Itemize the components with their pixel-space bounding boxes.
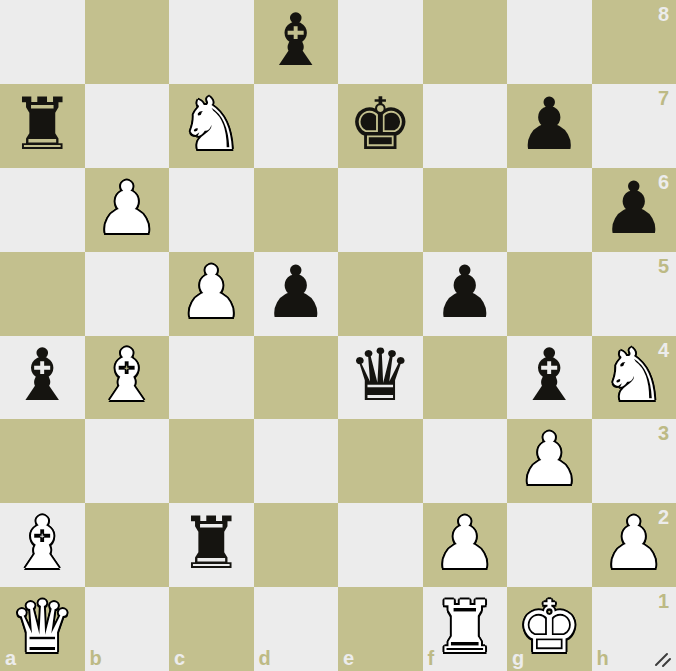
piece-white-pawn[interactable]: ♟ [94,172,159,244]
square-a7[interactable]: ♜ [0,84,85,168]
square-c5[interactable]: ♟ [169,252,254,336]
piece-black-bishop[interactable]: ♝ [10,339,75,411]
square-b7[interactable] [85,84,170,168]
square-d6[interactable] [254,168,339,252]
square-d7[interactable] [254,84,339,168]
piece-white-pawn[interactable]: ♟ [601,507,666,579]
square-f4[interactable] [423,336,508,420]
square-b5[interactable] [85,252,170,336]
square-b4[interactable]: ♝ [85,336,170,420]
piece-white-knight[interactable]: ♞ [601,339,666,411]
square-a1[interactable]: ♛a [0,587,85,671]
square-c8[interactable] [169,0,254,84]
piece-black-bishop[interactable]: ♝ [517,339,582,411]
square-a5[interactable] [0,252,85,336]
square-e2[interactable] [338,503,423,587]
square-a3[interactable] [0,419,85,503]
square-f7[interactable] [423,84,508,168]
square-g3[interactable]: ♟ [507,419,592,503]
square-a4[interactable]: ♝ [0,336,85,420]
square-e4[interactable]: ♛ [338,336,423,420]
piece-white-pawn[interactable]: ♟ [517,423,582,495]
square-d2[interactable] [254,503,339,587]
square-d4[interactable] [254,336,339,420]
square-e5[interactable] [338,252,423,336]
square-a8[interactable] [0,0,85,84]
piece-black-pawn[interactable]: ♟ [432,256,497,328]
square-g8[interactable] [507,0,592,84]
rank-label-7: 7 [658,87,669,110]
file-label-b: b [90,647,102,670]
square-e6[interactable] [338,168,423,252]
piece-white-queen[interactable]: ♛ [10,591,75,663]
piece-black-queen[interactable]: ♛ [348,339,413,411]
chess-board: ♝8♜♞♚♟7♟♟6♟♟♟5♝♝♛♝♞4♟3♝♜♟♟2♛abcde♜f♚g1h [0,0,676,671]
square-d3[interactable] [254,419,339,503]
file-label-h: h [597,647,609,670]
square-g4[interactable]: ♝ [507,336,592,420]
square-c4[interactable] [169,336,254,420]
square-c6[interactable] [169,168,254,252]
square-h4[interactable]: ♞4 [592,336,676,420]
square-h5[interactable]: 5 [592,252,676,336]
file-label-c: c [174,647,185,670]
square-h8[interactable]: 8 [592,0,676,84]
square-e8[interactable] [338,0,423,84]
piece-white-pawn[interactable]: ♟ [432,507,497,579]
square-a6[interactable] [0,168,85,252]
file-label-d: d [259,647,271,670]
piece-white-pawn[interactable]: ♟ [179,256,244,328]
square-g6[interactable] [507,168,592,252]
square-f5[interactable]: ♟ [423,252,508,336]
square-h6[interactable]: ♟6 [592,168,676,252]
piece-black-king[interactable]: ♚ [348,88,413,160]
square-f3[interactable] [423,419,508,503]
square-e1[interactable]: e [338,587,423,671]
square-c3[interactable] [169,419,254,503]
piece-white-bishop[interactable]: ♝ [10,507,75,579]
square-b6[interactable]: ♟ [85,168,170,252]
file-label-e: e [343,647,354,670]
piece-white-rook[interactable]: ♜ [432,591,497,663]
square-c2[interactable]: ♜ [169,503,254,587]
square-f8[interactable] [423,0,508,84]
square-b8[interactable] [85,0,170,84]
piece-black-rook[interactable]: ♜ [179,507,244,579]
piece-black-pawn[interactable]: ♟ [601,172,666,244]
square-f2[interactable]: ♟ [423,503,508,587]
piece-white-knight[interactable]: ♞ [179,88,244,160]
rank-label-8: 8 [658,3,669,26]
square-d8[interactable]: ♝ [254,0,339,84]
square-a2[interactable]: ♝ [0,503,85,587]
square-g2[interactable] [507,503,592,587]
piece-white-bishop[interactable]: ♝ [94,339,159,411]
resize-handle-icon[interactable] [653,648,673,668]
square-h7[interactable]: 7 [592,84,676,168]
rank-label-3: 3 [658,422,669,445]
piece-black-rook[interactable]: ♜ [10,88,75,160]
square-c1[interactable]: c [169,587,254,671]
piece-black-pawn[interactable]: ♟ [517,88,582,160]
piece-black-pawn[interactable]: ♟ [263,256,328,328]
square-g7[interactable]: ♟ [507,84,592,168]
square-e7[interactable]: ♚ [338,84,423,168]
square-g1[interactable]: ♚g [507,587,592,671]
square-d1[interactable]: d [254,587,339,671]
square-h3[interactable]: 3 [592,419,676,503]
square-h2[interactable]: ♟2 [592,503,676,587]
square-d5[interactable]: ♟ [254,252,339,336]
square-b2[interactable] [85,503,170,587]
rank-label-5: 5 [658,255,669,278]
square-f6[interactable] [423,168,508,252]
square-b3[interactable] [85,419,170,503]
square-g5[interactable] [507,252,592,336]
piece-black-bishop[interactable]: ♝ [263,4,328,76]
square-e3[interactable] [338,419,423,503]
square-b1[interactable]: b [85,587,170,671]
piece-white-king[interactable]: ♚ [517,591,582,663]
square-f1[interactable]: ♜f [423,587,508,671]
rank-label-1: 1 [658,590,669,613]
square-c7[interactable]: ♞ [169,84,254,168]
